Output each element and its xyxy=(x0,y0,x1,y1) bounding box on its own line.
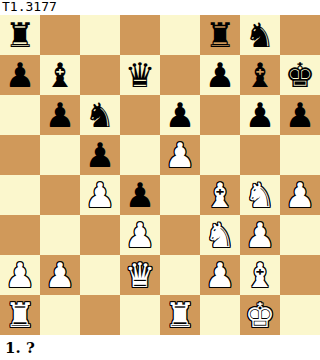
white-rook-a1[interactable]: ♜ xyxy=(5,295,35,335)
square-b5[interactable] xyxy=(40,135,80,175)
square-f1[interactable] xyxy=(200,295,240,335)
white-pawn-b2[interactable]: ♟ xyxy=(45,255,75,295)
square-f4[interactable]: ♝ xyxy=(200,175,240,215)
square-h2[interactable] xyxy=(280,255,320,295)
square-c7[interactable] xyxy=(80,55,120,95)
black-pawn-g6[interactable]: ♟ xyxy=(245,95,275,135)
square-e7[interactable] xyxy=(160,55,200,95)
white-pawn-h4[interactable]: ♟ xyxy=(285,175,315,215)
square-d3[interactable]: ♟ xyxy=(120,215,160,255)
square-b7[interactable]: ♝ xyxy=(40,55,80,95)
square-h7[interactable]: ♚ xyxy=(280,55,320,95)
square-c4[interactable]: ♟ xyxy=(80,175,120,215)
square-g6[interactable]: ♟ xyxy=(240,95,280,135)
black-pawn-d4[interactable]: ♟ xyxy=(125,175,155,215)
square-a2[interactable]: ♟ xyxy=(0,255,40,295)
square-g2[interactable]: ♝ xyxy=(240,255,280,295)
square-h3[interactable] xyxy=(280,215,320,255)
square-d5[interactable] xyxy=(120,135,160,175)
square-g1[interactable]: ♚ xyxy=(240,295,280,335)
white-pawn-e5[interactable]: ♟ xyxy=(165,135,195,175)
black-rook-f8[interactable]: ♜ xyxy=(205,15,235,55)
square-d4[interactable]: ♟ xyxy=(120,175,160,215)
square-e6[interactable]: ♟ xyxy=(160,95,200,135)
square-b6[interactable]: ♟ xyxy=(40,95,80,135)
square-g7[interactable]: ♝ xyxy=(240,55,280,95)
chess-board: ♜♜♞♟♝♛♟♝♚♟♞♟♟♟♟♟♟♟♝♞♟♟♞♟♟♟♛♟♝♜♜♚ xyxy=(0,15,320,335)
black-bishop-b7[interactable]: ♝ xyxy=(45,55,75,95)
white-bishop-g2[interactable]: ♝ xyxy=(245,255,275,295)
square-a3[interactable] xyxy=(0,215,40,255)
square-a7[interactable]: ♟ xyxy=(0,55,40,95)
move-prompt: 1. ? xyxy=(0,335,320,360)
square-f6[interactable] xyxy=(200,95,240,135)
black-pawn-f7[interactable]: ♟ xyxy=(205,55,235,95)
square-f7[interactable]: ♟ xyxy=(200,55,240,95)
white-bishop-f4[interactable]: ♝ xyxy=(205,175,235,215)
square-h1[interactable] xyxy=(280,295,320,335)
black-knight-c6[interactable]: ♞ xyxy=(85,95,115,135)
square-e2[interactable] xyxy=(160,255,200,295)
square-h5[interactable] xyxy=(280,135,320,175)
square-f5[interactable] xyxy=(200,135,240,175)
square-a6[interactable] xyxy=(0,95,40,135)
white-pawn-d3[interactable]: ♟ xyxy=(125,215,155,255)
square-f8[interactable]: ♜ xyxy=(200,15,240,55)
square-c6[interactable]: ♞ xyxy=(80,95,120,135)
white-pawn-a2[interactable]: ♟ xyxy=(5,255,35,295)
square-g5[interactable] xyxy=(240,135,280,175)
square-a1[interactable]: ♜ xyxy=(0,295,40,335)
square-c2[interactable] xyxy=(80,255,120,295)
square-c1[interactable] xyxy=(80,295,120,335)
black-knight-g8[interactable]: ♞ xyxy=(245,15,275,55)
square-g8[interactable]: ♞ xyxy=(240,15,280,55)
black-king-h7[interactable]: ♚ xyxy=(285,55,315,95)
square-e3[interactable] xyxy=(160,215,200,255)
square-c8[interactable] xyxy=(80,15,120,55)
square-h8[interactable] xyxy=(280,15,320,55)
square-g3[interactable]: ♟ xyxy=(240,215,280,255)
white-rook-e1[interactable]: ♜ xyxy=(165,295,195,335)
square-a8[interactable]: ♜ xyxy=(0,15,40,55)
square-b1[interactable] xyxy=(40,295,80,335)
square-d7[interactable]: ♛ xyxy=(120,55,160,95)
square-b8[interactable] xyxy=(40,15,80,55)
black-pawn-a7[interactable]: ♟ xyxy=(5,55,35,95)
square-f2[interactable]: ♟ xyxy=(200,255,240,295)
white-pawn-g3[interactable]: ♟ xyxy=(245,215,275,255)
white-pawn-f2[interactable]: ♟ xyxy=(205,255,235,295)
white-pawn-c4[interactable]: ♟ xyxy=(85,175,115,215)
square-e5[interactable]: ♟ xyxy=(160,135,200,175)
black-bishop-g7[interactable]: ♝ xyxy=(245,55,275,95)
square-d2[interactable]: ♛ xyxy=(120,255,160,295)
white-knight-g4[interactable]: ♞ xyxy=(245,175,275,215)
white-king-g1[interactable]: ♚ xyxy=(245,295,275,335)
square-a5[interactable] xyxy=(0,135,40,175)
square-b3[interactable] xyxy=(40,215,80,255)
header-title: T1.3177 xyxy=(0,0,320,15)
square-b2[interactable]: ♟ xyxy=(40,255,80,295)
square-g4[interactable]: ♞ xyxy=(240,175,280,215)
square-e8[interactable] xyxy=(160,15,200,55)
square-d6[interactable] xyxy=(120,95,160,135)
chess-app: T1.3177 ♜♜♞♟♝♛♟♝♚♟♞♟♟♟♟♟♟♟♝♞♟♟♞♟♟♟♛♟♝♜♜♚… xyxy=(0,0,320,360)
square-a4[interactable] xyxy=(0,175,40,215)
square-e4[interactable] xyxy=(160,175,200,215)
white-queen-d2[interactable]: ♛ xyxy=(125,255,155,295)
black-pawn-h6[interactable]: ♟ xyxy=(285,95,315,135)
square-f3[interactable]: ♞ xyxy=(200,215,240,255)
square-h4[interactable]: ♟ xyxy=(280,175,320,215)
square-c5[interactable]: ♟ xyxy=(80,135,120,175)
white-knight-f3[interactable]: ♞ xyxy=(205,215,235,255)
black-rook-a8[interactable]: ♜ xyxy=(5,15,35,55)
square-h6[interactable]: ♟ xyxy=(280,95,320,135)
square-d1[interactable] xyxy=(120,295,160,335)
square-d8[interactable] xyxy=(120,15,160,55)
square-c3[interactable] xyxy=(80,215,120,255)
black-pawn-c5[interactable]: ♟ xyxy=(85,135,115,175)
black-pawn-b6[interactable]: ♟ xyxy=(45,95,75,135)
square-e1[interactable]: ♜ xyxy=(160,295,200,335)
square-b4[interactable] xyxy=(40,175,80,215)
black-pawn-e6[interactable]: ♟ xyxy=(165,95,195,135)
black-queen-d7[interactable]: ♛ xyxy=(125,55,155,95)
